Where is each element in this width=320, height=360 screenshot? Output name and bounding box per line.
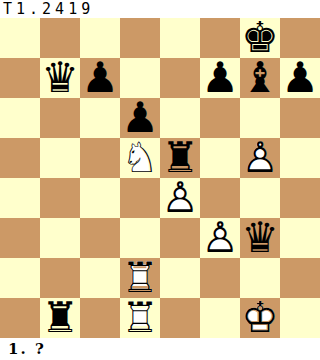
chess-board: ♚♛♟♟♝♟♟♞♘♜♟♙♟♙♟♙♛♜♖♜♜♖♚♔ <box>0 18 320 338</box>
square-b7[interactable]: ♛ <box>40 58 80 98</box>
square-b5[interactable] <box>40 138 80 178</box>
white-pawn-outline-icon: ♙ <box>240 138 280 178</box>
square-g8[interactable]: ♚ <box>240 18 280 58</box>
square-e5[interactable]: ♜ <box>160 138 200 178</box>
square-g4[interactable] <box>240 178 280 218</box>
piece-black-pawn: ♟ <box>120 98 160 138</box>
square-f1[interactable] <box>200 298 240 338</box>
piece-black-bishop: ♝ <box>240 58 280 98</box>
square-c6[interactable] <box>80 98 120 138</box>
square-d2[interactable]: ♜♖ <box>120 258 160 298</box>
square-g2[interactable] <box>240 258 280 298</box>
square-a8[interactable] <box>0 18 40 58</box>
square-f7[interactable]: ♟ <box>200 58 240 98</box>
square-h1[interactable] <box>280 298 320 338</box>
square-b3[interactable] <box>40 218 80 258</box>
square-a3[interactable] <box>0 218 40 258</box>
square-a6[interactable] <box>0 98 40 138</box>
square-h6[interactable] <box>280 98 320 138</box>
square-b2[interactable] <box>40 258 80 298</box>
square-c5[interactable] <box>80 138 120 178</box>
square-d4[interactable] <box>120 178 160 218</box>
piece-black-rook: ♜ <box>160 138 200 178</box>
square-f4[interactable] <box>200 178 240 218</box>
square-a1[interactable] <box>0 298 40 338</box>
piece-white-king: ♚♔ <box>240 298 280 338</box>
piece-white-knight: ♞♘ <box>120 138 160 178</box>
square-d1[interactable]: ♜♖ <box>120 298 160 338</box>
white-pawn-outline-icon: ♙ <box>200 218 240 258</box>
white-king-outline-icon: ♔ <box>240 298 280 338</box>
piece-black-pawn: ♟ <box>80 58 120 98</box>
square-a7[interactable] <box>0 58 40 98</box>
square-c4[interactable] <box>80 178 120 218</box>
white-rook-outline-icon: ♖ <box>120 258 160 298</box>
piece-white-pawn: ♟♙ <box>200 218 240 258</box>
square-f3[interactable]: ♟♙ <box>200 218 240 258</box>
square-a2[interactable] <box>0 258 40 298</box>
piece-black-pawn: ♟ <box>200 58 240 98</box>
square-e6[interactable] <box>160 98 200 138</box>
square-h4[interactable] <box>280 178 320 218</box>
square-d8[interactable] <box>120 18 160 58</box>
square-d7[interactable] <box>120 58 160 98</box>
piece-black-king: ♚ <box>240 18 280 58</box>
black-queen-icon: ♛ <box>240 218 280 258</box>
square-b8[interactable] <box>40 18 80 58</box>
square-a5[interactable] <box>0 138 40 178</box>
white-pawn-outline-icon: ♙ <box>160 178 200 218</box>
square-b1[interactable]: ♜ <box>40 298 80 338</box>
black-pawn-icon: ♟ <box>280 58 320 98</box>
black-pawn-icon: ♟ <box>120 98 160 138</box>
black-rook-icon: ♜ <box>160 138 200 178</box>
square-e4[interactable]: ♟♙ <box>160 178 200 218</box>
square-d6[interactable]: ♟ <box>120 98 160 138</box>
piece-white-rook: ♜♖ <box>120 298 160 338</box>
square-e8[interactable] <box>160 18 200 58</box>
square-b4[interactable] <box>40 178 80 218</box>
square-g7[interactable]: ♝ <box>240 58 280 98</box>
piece-white-rook: ♜♖ <box>120 258 160 298</box>
piece-black-queen: ♛ <box>40 58 80 98</box>
square-f5[interactable] <box>200 138 240 178</box>
square-e7[interactable] <box>160 58 200 98</box>
black-bishop-icon: ♝ <box>240 58 280 98</box>
black-king-icon: ♚ <box>240 18 280 58</box>
piece-black-pawn: ♟ <box>280 58 320 98</box>
piece-black-rook: ♜ <box>40 298 80 338</box>
square-g1[interactable]: ♚♔ <box>240 298 280 338</box>
square-c7[interactable]: ♟ <box>80 58 120 98</box>
black-pawn-icon: ♟ <box>80 58 120 98</box>
square-e1[interactable] <box>160 298 200 338</box>
square-b6[interactable] <box>40 98 80 138</box>
square-a4[interactable] <box>0 178 40 218</box>
piece-white-pawn: ♟♙ <box>240 138 280 178</box>
square-g5[interactable]: ♟♙ <box>240 138 280 178</box>
square-h5[interactable] <box>280 138 320 178</box>
square-f2[interactable] <box>200 258 240 298</box>
square-h8[interactable] <box>280 18 320 58</box>
black-rook-icon: ♜ <box>40 298 80 338</box>
piece-white-pawn: ♟♙ <box>160 178 200 218</box>
square-c3[interactable] <box>80 218 120 258</box>
square-g6[interactable] <box>240 98 280 138</box>
square-d3[interactable] <box>120 218 160 258</box>
square-c2[interactable] <box>80 258 120 298</box>
square-h3[interactable] <box>280 218 320 258</box>
chess-puzzle-window: T1.2419 ♚♛♟♟♝♟♟♞♘♜♟♙♟♙♟♙♛♜♖♜♜♖♚♔ 1. ? <box>0 0 320 360</box>
square-e3[interactable] <box>160 218 200 258</box>
square-d5[interactable]: ♞♘ <box>120 138 160 178</box>
white-rook-outline-icon: ♖ <box>120 298 160 338</box>
square-e2[interactable] <box>160 258 200 298</box>
square-h2[interactable] <box>280 258 320 298</box>
square-c1[interactable] <box>80 298 120 338</box>
square-h7[interactable]: ♟ <box>280 58 320 98</box>
piece-black-queen: ♛ <box>240 218 280 258</box>
square-g3[interactable]: ♛ <box>240 218 280 258</box>
square-f8[interactable] <box>200 18 240 58</box>
square-c8[interactable] <box>80 18 120 58</box>
white-knight-outline-icon: ♘ <box>120 138 160 178</box>
square-f6[interactable] <box>200 98 240 138</box>
black-queen-icon: ♛ <box>40 58 80 98</box>
black-pawn-icon: ♟ <box>200 58 240 98</box>
